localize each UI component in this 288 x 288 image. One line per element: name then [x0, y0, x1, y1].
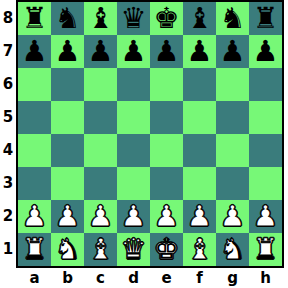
- square-a6[interactable]: [18, 68, 51, 101]
- square-h3[interactable]: [249, 167, 282, 200]
- square-c2[interactable]: ♟: [84, 200, 117, 233]
- rank-label-8: 8: [0, 2, 16, 35]
- square-b3[interactable]: [51, 167, 84, 200]
- square-a4[interactable]: [18, 134, 51, 167]
- white-knight-g1[interactable]: ♞: [220, 235, 246, 264]
- black-pawn-a7[interactable]: ♟: [22, 37, 48, 66]
- square-b4[interactable]: [51, 134, 84, 167]
- file-label-a: a: [18, 268, 51, 288]
- square-f8[interactable]: ♝: [183, 2, 216, 35]
- black-pawn-b7[interactable]: ♟: [55, 37, 81, 66]
- white-bishop-f1[interactable]: ♝: [187, 235, 213, 264]
- black-knight-b8[interactable]: ♞: [55, 4, 81, 33]
- square-h5[interactable]: [249, 101, 282, 134]
- square-a8[interactable]: ♜: [18, 2, 51, 35]
- square-a2[interactable]: ♟: [18, 200, 51, 233]
- square-h6[interactable]: [249, 68, 282, 101]
- square-h8[interactable]: ♜: [249, 2, 282, 35]
- file-label-g: g: [216, 268, 249, 288]
- chess-board[interactable]: ♜♞♝♛♚♝♞♜♟♟♟♟♟♟♟♟♟♟♟♟♟♟♟♟♜♞♝♛♚♝♞♜: [16, 0, 284, 268]
- square-c3[interactable]: [84, 167, 117, 200]
- white-pawn-h2[interactable]: ♟: [253, 202, 279, 231]
- white-pawn-e2[interactable]: ♟: [154, 202, 180, 231]
- rank-label-5: 5: [0, 101, 16, 134]
- black-pawn-c7[interactable]: ♟: [88, 37, 114, 66]
- file-labels: abcdefgh: [18, 268, 282, 288]
- square-d7[interactable]: ♟: [117, 35, 150, 68]
- square-f5[interactable]: [183, 101, 216, 134]
- black-bishop-f8[interactable]: ♝: [187, 4, 213, 33]
- square-h4[interactable]: [249, 134, 282, 167]
- square-h2[interactable]: ♟: [249, 200, 282, 233]
- square-g6[interactable]: [216, 68, 249, 101]
- square-d3[interactable]: [117, 167, 150, 200]
- square-c7[interactable]: ♟: [84, 35, 117, 68]
- square-b6[interactable]: [51, 68, 84, 101]
- square-d6[interactable]: [117, 68, 150, 101]
- square-h1[interactable]: ♜: [249, 233, 282, 266]
- square-h7[interactable]: ♟: [249, 35, 282, 68]
- black-pawn-d7[interactable]: ♟: [121, 37, 147, 66]
- square-g2[interactable]: ♟: [216, 200, 249, 233]
- white-rook-a1[interactable]: ♜: [22, 235, 48, 264]
- square-b7[interactable]: ♟: [51, 35, 84, 68]
- white-pawn-d2[interactable]: ♟: [121, 202, 147, 231]
- rank-label-3: 3: [0, 167, 16, 200]
- square-d5[interactable]: [117, 101, 150, 134]
- square-a1[interactable]: ♜: [18, 233, 51, 266]
- white-pawn-b2[interactable]: ♟: [55, 202, 81, 231]
- white-queen-d1[interactable]: ♛: [121, 235, 147, 264]
- square-b1[interactable]: ♞: [51, 233, 84, 266]
- file-label-b: b: [51, 268, 84, 288]
- square-d8[interactable]: ♛: [117, 2, 150, 35]
- square-c6[interactable]: [84, 68, 117, 101]
- black-pawn-g7[interactable]: ♟: [220, 37, 246, 66]
- square-g4[interactable]: [216, 134, 249, 167]
- white-pawn-c2[interactable]: ♟: [88, 202, 114, 231]
- rank-label-6: 6: [0, 68, 16, 101]
- square-a7[interactable]: ♟: [18, 35, 51, 68]
- square-g8[interactable]: ♞: [216, 2, 249, 35]
- square-e8[interactable]: ♚: [150, 2, 183, 35]
- black-rook-h8[interactable]: ♜: [253, 4, 279, 33]
- square-f6[interactable]: [183, 68, 216, 101]
- square-b5[interactable]: [51, 101, 84, 134]
- black-pawn-e7[interactable]: ♟: [154, 37, 180, 66]
- black-rook-a8[interactable]: ♜: [22, 4, 48, 33]
- square-f2[interactable]: ♟: [183, 200, 216, 233]
- file-label-e: e: [150, 268, 183, 288]
- square-d1[interactable]: ♛: [117, 233, 150, 266]
- black-king-e8[interactable]: ♚: [154, 4, 180, 33]
- square-e2[interactable]: ♟: [150, 200, 183, 233]
- square-g1[interactable]: ♞: [216, 233, 249, 266]
- square-e7[interactable]: ♟: [150, 35, 183, 68]
- rank-label-1: 1: [0, 233, 16, 266]
- square-e1[interactable]: ♚: [150, 233, 183, 266]
- white-bishop-c1[interactable]: ♝: [88, 235, 114, 264]
- white-king-e1[interactable]: ♚: [154, 235, 180, 264]
- black-pawn-h7[interactable]: ♟: [253, 37, 279, 66]
- square-c5[interactable]: [84, 101, 117, 134]
- file-label-c: c: [84, 268, 117, 288]
- square-a3[interactable]: [18, 167, 51, 200]
- square-d2[interactable]: ♟: [117, 200, 150, 233]
- square-c8[interactable]: ♝: [84, 2, 117, 35]
- file-label-h: h: [249, 268, 282, 288]
- square-f1[interactable]: ♝: [183, 233, 216, 266]
- white-pawn-g2[interactable]: ♟: [220, 202, 246, 231]
- black-knight-g8[interactable]: ♞: [220, 4, 246, 33]
- square-e3[interactable]: [150, 167, 183, 200]
- square-c1[interactable]: ♝: [84, 233, 117, 266]
- square-a5[interactable]: [18, 101, 51, 134]
- square-e6[interactable]: [150, 68, 183, 101]
- rank-label-4: 4: [0, 134, 16, 167]
- black-queen-d8[interactable]: ♛: [121, 4, 147, 33]
- square-d4[interactable]: [117, 134, 150, 167]
- square-b2[interactable]: ♟: [51, 200, 84, 233]
- square-e4[interactable]: [150, 134, 183, 167]
- white-rook-h1[interactable]: ♜: [253, 235, 279, 264]
- square-e5[interactable]: [150, 101, 183, 134]
- square-f3[interactable]: [183, 167, 216, 200]
- white-pawn-a2[interactable]: ♟: [22, 202, 48, 231]
- square-c4[interactable]: [84, 134, 117, 167]
- white-knight-b1[interactable]: ♞: [55, 235, 81, 264]
- square-g5[interactable]: [216, 101, 249, 134]
- square-g7[interactable]: ♟: [216, 35, 249, 68]
- square-b8[interactable]: ♞: [51, 2, 84, 35]
- rank-labels: 87654321: [0, 2, 16, 266]
- file-label-d: d: [117, 268, 150, 288]
- square-f4[interactable]: [183, 134, 216, 167]
- rank-label-2: 2: [0, 200, 16, 233]
- white-pawn-f2[interactable]: ♟: [187, 202, 213, 231]
- square-f7[interactable]: ♟: [183, 35, 216, 68]
- square-g3[interactable]: [216, 167, 249, 200]
- black-pawn-f7[interactable]: ♟: [187, 37, 213, 66]
- file-label-f: f: [183, 268, 216, 288]
- chess-app: 87654321 ♜♞♝♛♚♝♞♜♟♟♟♟♟♟♟♟♟♟♟♟♟♟♟♟♜♞♝♛♚♝♞…: [0, 0, 288, 288]
- black-bishop-c8[interactable]: ♝: [88, 4, 114, 33]
- rank-label-7: 7: [0, 35, 16, 68]
